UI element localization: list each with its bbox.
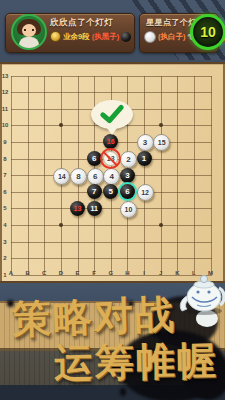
star-point xyxy=(159,223,163,227)
app-screen: 欣欣点了个灯灯 业余9段 (执黑子) 星星点了个灯灯 (执白子) 专业9段 10… xyxy=(0,0,225,400)
stone-I9[interactable]: 3 xyxy=(137,134,154,151)
row-label: 12 xyxy=(2,89,9,95)
ink-dot xyxy=(120,388,126,396)
timer-value: 10 xyxy=(200,24,216,40)
rank-badge-icon xyxy=(50,31,61,42)
row-label: 2 xyxy=(3,255,6,261)
column-label: D xyxy=(59,270,63,276)
column-label: H xyxy=(125,270,129,276)
column-label: B xyxy=(25,270,29,276)
row-label: 8 xyxy=(3,156,6,162)
row-label: 13 xyxy=(2,73,9,79)
black-stone-icon xyxy=(121,32,131,42)
column-label: C xyxy=(42,270,46,276)
white-stone-icon xyxy=(144,31,156,43)
row-label: 9 xyxy=(3,139,6,145)
side-label-black: (执黑子) xyxy=(92,32,120,42)
column-label: F xyxy=(92,270,96,276)
correct-move-bubble xyxy=(91,100,133,129)
stone-I6[interactable]: 12 xyxy=(137,184,154,201)
stone-E7[interactable]: 8 xyxy=(70,168,87,185)
slogan-line2: 运筹帷幄 xyxy=(54,341,219,383)
star-point xyxy=(59,123,63,127)
stone-F6[interactable]: 7 xyxy=(87,184,102,199)
star-point xyxy=(159,123,163,127)
grid-line-horizontal xyxy=(11,242,212,243)
stone-D7[interactable]: 14 xyxy=(53,168,70,185)
stone-F7[interactable]: 6 xyxy=(87,168,104,185)
avatar[interactable] xyxy=(11,14,47,50)
stone-G7[interactable]: 4 xyxy=(103,168,120,185)
avatar-eyes xyxy=(24,29,34,31)
grid-line-horizontal xyxy=(11,225,212,226)
player-rank-black: 业余9段 xyxy=(63,32,90,42)
slogan-line1: 策略对战 xyxy=(11,294,176,339)
column-label: E xyxy=(76,270,80,276)
grid-line-horizontal xyxy=(11,76,212,77)
grid-line-horizontal xyxy=(11,208,212,209)
stone-F5[interactable]: 11 xyxy=(87,201,102,216)
move-timer: 10 xyxy=(190,14,225,50)
stone-I8[interactable]: 1 xyxy=(137,151,152,166)
bubble-tail xyxy=(107,128,117,135)
teapot-icon xyxy=(175,259,225,317)
row-label: 10 xyxy=(2,122,9,128)
game-board[interactable]: ABCDEFGHIJKLM123456789101112131631562114… xyxy=(0,62,225,283)
stone-H5[interactable]: 10 xyxy=(120,201,137,218)
row-label: 6 xyxy=(3,189,6,195)
row-label: 5 xyxy=(3,205,6,211)
side-label-white: (执白子) xyxy=(158,32,186,42)
row-label: 3 xyxy=(3,239,6,245)
column-label: J xyxy=(159,270,162,276)
row-label: 4 xyxy=(3,222,6,228)
row-label: 1 xyxy=(3,272,6,278)
grid-line-horizontal xyxy=(11,92,212,93)
row-label: 11 xyxy=(2,106,8,112)
stone-E5[interactable]: 13 xyxy=(70,201,85,216)
column-label: A xyxy=(9,270,13,276)
star-point xyxy=(59,223,63,227)
column-label: I xyxy=(143,270,145,276)
stone-G6[interactable]: 5 xyxy=(103,184,118,199)
stone-H6[interactable]: 6 xyxy=(120,184,135,199)
avatar-body xyxy=(19,37,39,48)
row-label: 7 xyxy=(3,172,6,178)
stone-H7[interactable]: 3 xyxy=(120,168,135,183)
stone-H8[interactable]: 2 xyxy=(120,151,137,168)
forbidden-move-marker: 13 xyxy=(103,151,118,166)
stone-J9[interactable]: 15 xyxy=(153,134,170,151)
player-name-black: 欣欣点了个灯灯 xyxy=(50,17,113,29)
column-label: G xyxy=(108,270,113,276)
checkmark-icon xyxy=(97,102,127,126)
